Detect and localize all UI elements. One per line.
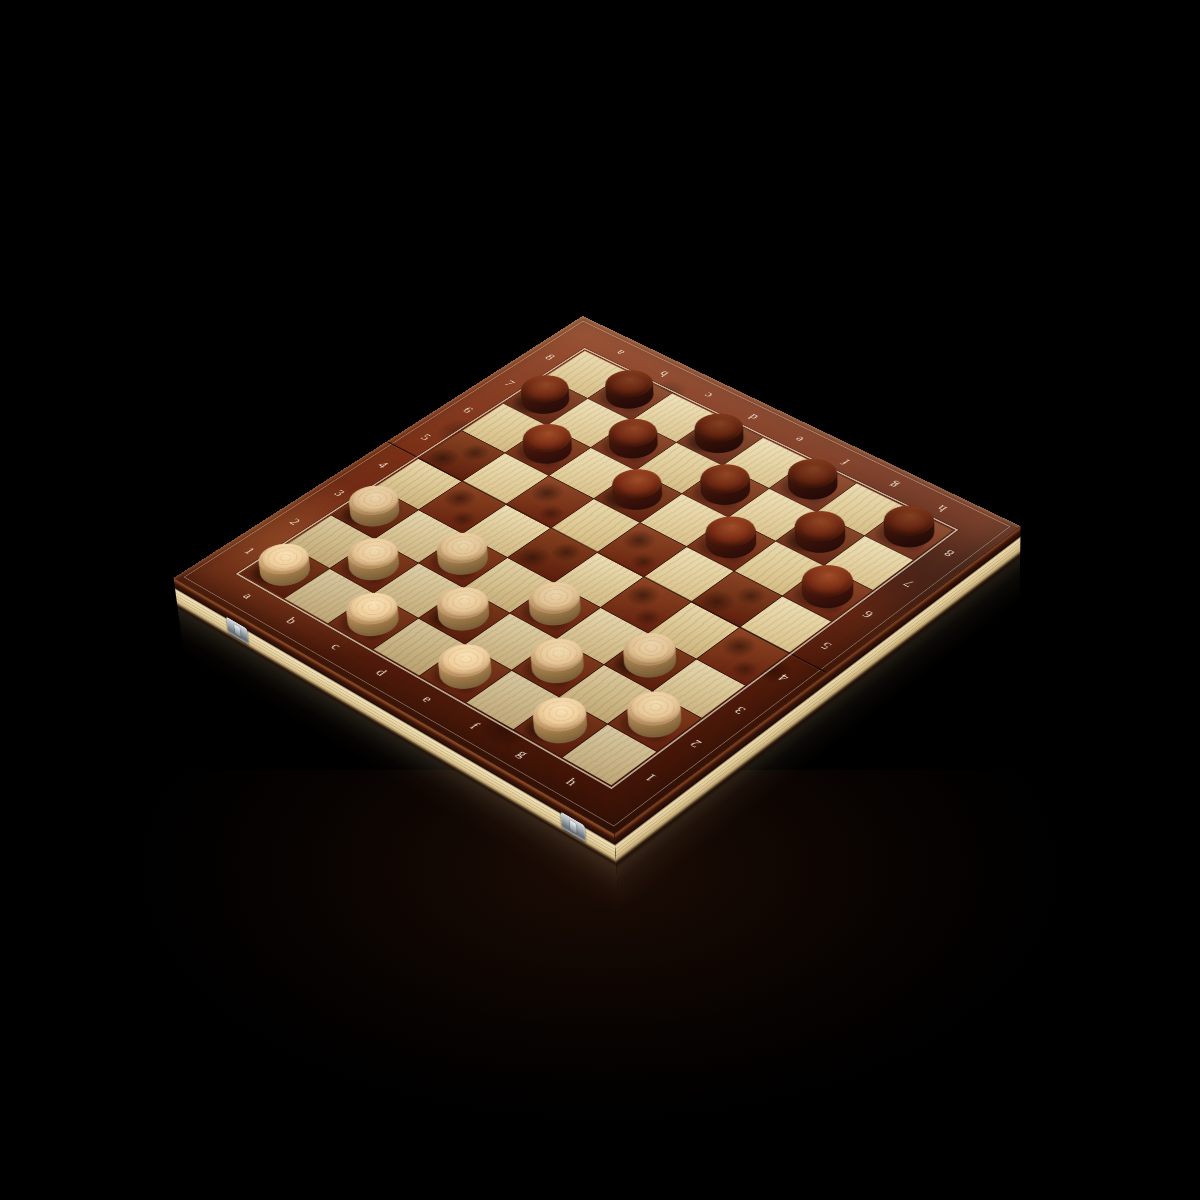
rank-label-4-left: 4 xyxy=(368,456,398,474)
file-label-a-far: a xyxy=(605,344,634,360)
rank-label-6-left: 6 xyxy=(454,401,483,418)
rank-label-5-left: 5 xyxy=(411,428,441,445)
rank-label-6-right: 6 xyxy=(852,604,884,624)
rank-label-3-right: 3 xyxy=(724,700,757,721)
perspective-scene: aabbccddeeffgghh1122334455667788 xyxy=(0,0,1200,1200)
file-label-g-far: g xyxy=(878,476,909,494)
rank-label-4-right: 4 xyxy=(768,667,801,688)
file-label-d-near: d xyxy=(365,662,397,682)
board-top-face: aabbccddeeffgghh1122334455667788 xyxy=(174,316,1021,834)
rank-label-7-right: 7 xyxy=(893,574,925,593)
rank-label-2-left: 2 xyxy=(280,512,311,530)
photo-stage: aabbccddeeffgghh1122334455667788 xyxy=(0,0,1200,1200)
rank-label-5-right: 5 xyxy=(810,635,842,655)
file-label-b-near: b xyxy=(276,611,308,631)
rank-label-1-right: 1 xyxy=(634,766,667,788)
rank-label-8-right: 8 xyxy=(934,544,965,563)
metal-clasp-right xyxy=(561,812,586,842)
camera-tilt: aabbccddeeffgghh1122334455667788 xyxy=(0,0,1200,1200)
file-label-e-far: e xyxy=(783,431,813,448)
file-label-h-near: h xyxy=(555,771,588,793)
rank-label-8-left: 8 xyxy=(536,349,565,365)
file-label-f-near: f xyxy=(458,715,491,736)
rank-label-2-right: 2 xyxy=(680,733,713,754)
metal-clasp-left xyxy=(226,617,249,645)
checkers-board: aabbccddeeffgghh1122334455667788 xyxy=(174,316,1021,834)
file-label-c-far: c xyxy=(693,387,722,404)
